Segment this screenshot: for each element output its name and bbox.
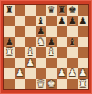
- black-piece-r-f8[interactable]: ♜: [57, 5, 66, 16]
- black-piece-p-d6[interactable]: ♟: [36, 26, 45, 37]
- square-g6[interactable]: [67, 26, 78, 37]
- square-b5[interactable]: [15, 37, 26, 48]
- white-piece-n-d5[interactable]: ♞: [36, 37, 45, 48]
- square-c1[interactable]: [25, 79, 36, 90]
- square-c8[interactable]: [25, 5, 36, 16]
- square-b7[interactable]: [15, 16, 26, 27]
- square-d2[interactable]: [36, 68, 47, 79]
- square-a4[interactable]: ♜: [4, 47, 15, 58]
- square-a2[interactable]: [4, 68, 15, 79]
- square-f5[interactable]: [57, 37, 68, 48]
- square-f1[interactable]: [57, 79, 68, 90]
- square-b1[interactable]: [15, 79, 26, 90]
- white-piece-p-c3[interactable]: ♟: [26, 58, 35, 69]
- square-b6[interactable]: [15, 26, 26, 37]
- square-e3[interactable]: [46, 58, 57, 69]
- square-b8[interactable]: [15, 5, 26, 16]
- square-h5[interactable]: [78, 37, 89, 48]
- white-piece-p-g2[interactable]: ♟: [68, 68, 77, 79]
- square-e1[interactable]: ♚: [46, 79, 57, 90]
- white-piece-q-d1[interactable]: ♛: [36, 79, 45, 90]
- square-h8[interactable]: [78, 5, 89, 16]
- white-piece-k-e1[interactable]: ♚: [47, 79, 56, 90]
- square-g2[interactable]: ♟: [67, 68, 78, 79]
- square-a3[interactable]: [4, 58, 15, 69]
- square-g8[interactable]: ♚: [67, 5, 78, 16]
- square-d8[interactable]: [36, 5, 47, 16]
- square-c6[interactable]: [25, 26, 36, 37]
- square-d1[interactable]: ♛: [36, 79, 47, 90]
- black-piece-p-h7[interactable]: ♟: [78, 16, 87, 27]
- square-c7[interactable]: [25, 16, 36, 27]
- square-g7[interactable]: ♟: [67, 16, 78, 27]
- square-d6[interactable]: ♟: [36, 26, 47, 37]
- black-piece-p-g7[interactable]: ♟: [68, 16, 77, 27]
- black-piece-p-f7[interactable]: ♟: [57, 16, 66, 27]
- square-g4[interactable]: [67, 47, 78, 58]
- square-f7[interactable]: ♟: [57, 16, 68, 27]
- square-b2[interactable]: ♟: [15, 68, 26, 79]
- square-c3[interactable]: ♟: [25, 58, 36, 69]
- white-piece-r-a4[interactable]: ♜: [5, 47, 14, 58]
- square-h4[interactable]: [78, 47, 89, 58]
- square-e4[interactable]: ♝: [46, 47, 57, 58]
- white-piece-b-c4[interactable]: ♝: [26, 47, 35, 58]
- white-piece-r-h1[interactable]: ♜: [78, 79, 87, 90]
- chess-board: ♜♛♜♚♝♟♟♟♟♟♞♟♝♜♝♝♟♟♟♟♟♛♚♜: [4, 5, 88, 89]
- square-d4[interactable]: [36, 47, 47, 58]
- black-piece-q-e8[interactable]: ♛: [47, 5, 56, 16]
- white-piece-p-f2[interactable]: ♟: [57, 68, 66, 79]
- square-f2[interactable]: ♟: [57, 68, 68, 79]
- square-b4[interactable]: [15, 47, 26, 58]
- white-piece-p-b2[interactable]: ♟: [15, 68, 24, 79]
- square-e8[interactable]: ♛: [46, 5, 57, 16]
- black-piece-k-g8[interactable]: ♚: [68, 5, 77, 16]
- square-e6[interactable]: [46, 26, 57, 37]
- square-f4[interactable]: [57, 47, 68, 58]
- white-piece-p-h2[interactable]: ♟: [78, 68, 87, 79]
- square-a7[interactable]: [4, 16, 15, 27]
- black-piece-r-a8[interactable]: ♜: [5, 5, 14, 16]
- square-a8[interactable]: ♜: [4, 5, 15, 16]
- square-h2[interactable]: ♟: [78, 68, 89, 79]
- board-frame: ♜♛♜♚♝♟♟♟♟♟♞♟♝♜♝♝♟♟♟♟♟♛♚♜: [0, 0, 92, 94]
- black-piece-b-g5[interactable]: ♝: [68, 37, 77, 48]
- white-piece-b-e4[interactable]: ♝: [47, 47, 56, 58]
- square-g1[interactable]: [67, 79, 78, 90]
- square-h7[interactable]: ♟: [78, 16, 89, 27]
- square-a1[interactable]: [4, 79, 15, 90]
- square-f6[interactable]: [57, 26, 68, 37]
- square-g5[interactable]: ♝: [67, 37, 78, 48]
- square-a6[interactable]: [4, 26, 15, 37]
- square-d3[interactable]: [36, 58, 47, 69]
- square-c2[interactable]: [25, 68, 36, 79]
- square-h6[interactable]: [78, 26, 89, 37]
- square-c4[interactable]: ♝: [25, 47, 36, 58]
- square-h1[interactable]: ♜: [78, 79, 89, 90]
- square-e2[interactable]: [46, 68, 57, 79]
- square-e7[interactable]: [46, 16, 57, 27]
- square-f8[interactable]: ♜: [57, 5, 68, 16]
- square-d5[interactable]: ♞: [36, 37, 47, 48]
